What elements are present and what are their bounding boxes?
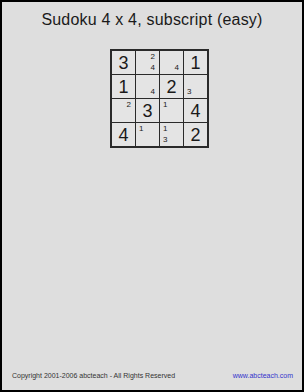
subscript-hint: 1 bbox=[139, 125, 143, 133]
subscript-hint: 3 bbox=[163, 136, 167, 144]
subscript-hint: 1 bbox=[163, 125, 167, 133]
sudoku-cell-r2c4: 3 bbox=[184, 75, 207, 98]
sudoku-cell-r4c4: 2 bbox=[184, 123, 207, 146]
sudoku-cell-r4c3: 13 bbox=[160, 123, 183, 146]
sudoku-cell-r2c3: 2 bbox=[160, 75, 183, 98]
given-digit: 1 bbox=[118, 78, 128, 96]
sudoku-cell-r2c1: 1 bbox=[112, 75, 135, 98]
subscript-hint: 2 bbox=[151, 53, 155, 61]
given-digit: 3 bbox=[142, 102, 152, 120]
subscript-hint: 4 bbox=[151, 64, 155, 72]
sudoku-cell-r4c2: 1 bbox=[136, 123, 159, 146]
footer-copyright: Copyright 2001-2006 abcteach - All Right… bbox=[12, 372, 175, 379]
sudoku-grid: 324411423231441132 bbox=[110, 49, 209, 148]
subscript-hint: 4 bbox=[175, 64, 179, 72]
sudoku-cell-r4c1: 4 bbox=[112, 123, 135, 146]
given-digit: 2 bbox=[166, 78, 176, 96]
sudoku-cell-r1c2: 24 bbox=[136, 51, 159, 74]
sudoku-cell-r1c4: 1 bbox=[184, 51, 207, 74]
footer-link[interactable]: www.abcteach.com bbox=[233, 372, 293, 379]
page-title: Sudoku 4 x 4, subscript (easy) bbox=[2, 11, 302, 29]
given-digit: 4 bbox=[190, 102, 200, 120]
sudoku-cell-r1c3: 4 bbox=[160, 51, 183, 74]
given-digit: 1 bbox=[190, 54, 200, 72]
given-digit: 4 bbox=[118, 126, 128, 144]
sudoku-cell-r2c2: 4 bbox=[136, 75, 159, 98]
given-digit: 3 bbox=[118, 54, 128, 72]
subscript-hint: 3 bbox=[187, 88, 191, 96]
worksheet-page: Sudoku 4 x 4, subscript (easy) 324411423… bbox=[0, 0, 304, 392]
sudoku-cell-r3c1: 2 bbox=[112, 99, 135, 122]
subscript-hint: 1 bbox=[163, 101, 167, 109]
sudoku-cell-r3c4: 4 bbox=[184, 99, 207, 122]
subscript-hint: 4 bbox=[151, 88, 155, 96]
sudoku-cell-r3c2: 3 bbox=[136, 99, 159, 122]
subscript-hint: 2 bbox=[127, 101, 131, 109]
given-digit: 2 bbox=[190, 126, 200, 144]
sudoku-cell-r3c3: 1 bbox=[160, 99, 183, 122]
sudoku-cell-r1c1: 3 bbox=[112, 51, 135, 74]
